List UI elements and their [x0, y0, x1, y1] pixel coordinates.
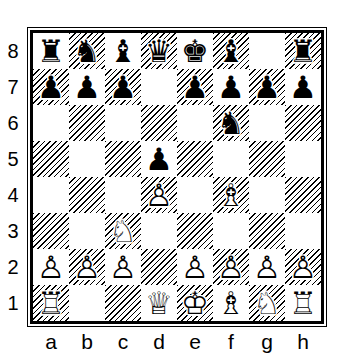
chess-diagram: 87654321 ♜♜♞♞♝♝♛♛♚♚♝♝♜♜♟♟♟♟♟♟♟♟♟♟♟♟♟♟♞♞♟…: [0, 0, 360, 360]
piece-white-king: ♚♔: [177, 285, 213, 321]
piece-outline-layer: ♙: [285, 249, 321, 285]
piece-black-pawn: ♟♟: [33, 69, 69, 105]
rank-label-4: 4: [0, 177, 26, 213]
piece-white-queen: ♛♕: [141, 285, 177, 321]
piece-outline-layer: ♗: [213, 177, 249, 213]
file-label-h: h: [285, 327, 321, 357]
piece-outline-layer: ♘: [249, 285, 285, 321]
square-c7[interactable]: ♟♟: [105, 69, 141, 105]
square-g5[interactable]: [249, 141, 285, 177]
piece-outline-layer: ♟: [105, 69, 141, 105]
piece-black-rook: ♜♜: [33, 33, 69, 69]
square-b2[interactable]: ♟♙: [69, 249, 105, 285]
square-h2[interactable]: ♟♙: [285, 249, 321, 285]
rank-label-5: 5: [0, 141, 26, 177]
square-g2[interactable]: ♟♙: [249, 249, 285, 285]
square-a8[interactable]: ♜♜: [33, 33, 69, 69]
square-g8[interactable]: [249, 33, 285, 69]
square-f1[interactable]: ♝♗: [213, 285, 249, 321]
square-d8[interactable]: ♛♛: [141, 33, 177, 69]
piece-white-rook: ♜♖: [33, 285, 69, 321]
piece-outline-layer: ♜: [285, 33, 321, 69]
piece-black-bishop: ♝♝: [105, 33, 141, 69]
square-a3[interactable]: [33, 213, 69, 249]
square-b7[interactable]: ♟♟: [69, 69, 105, 105]
rank-label-1: 1: [0, 285, 26, 321]
piece-outline-layer: ♟: [249, 69, 285, 105]
piece-outline-layer: ♙: [69, 249, 105, 285]
piece-outline-layer: ♖: [33, 285, 69, 321]
piece-black-bishop: ♝♝: [213, 33, 249, 69]
file-labels: abcdefgh: [33, 327, 321, 357]
square-a1[interactable]: ♜♖: [33, 285, 69, 321]
piece-black-pawn: ♟♟: [177, 69, 213, 105]
piece-outline-layer: ♟: [141, 141, 177, 177]
file-label-g: g: [249, 327, 285, 357]
square-h4[interactable]: [285, 177, 321, 213]
square-f4[interactable]: ♝♗: [213, 177, 249, 213]
square-f7[interactable]: ♟♟: [213, 69, 249, 105]
piece-outline-layer: ♛: [141, 33, 177, 69]
piece-black-knight: ♞♞: [213, 105, 249, 141]
piece-white-pawn: ♟♙: [213, 249, 249, 285]
piece-outline-layer: ♞: [69, 33, 105, 69]
piece-black-queen: ♛♛: [141, 33, 177, 69]
square-c4[interactable]: [105, 177, 141, 213]
square-e8[interactable]: ♚♚: [177, 33, 213, 69]
square-g6[interactable]: [249, 105, 285, 141]
piece-outline-layer: ♟: [69, 69, 105, 105]
rank-label-3: 3: [0, 213, 26, 249]
file-label-e: e: [177, 327, 213, 357]
piece-outline-layer: ♙: [105, 249, 141, 285]
rank-label-7: 7: [0, 69, 26, 105]
piece-outline-layer: ♙: [33, 249, 69, 285]
piece-outline-layer: ♟: [213, 69, 249, 105]
square-a4[interactable]: [33, 177, 69, 213]
file-label-a: a: [33, 327, 69, 357]
square-b6[interactable]: [69, 105, 105, 141]
piece-outline-layer: ♗: [213, 285, 249, 321]
square-f8[interactable]: ♝♝: [213, 33, 249, 69]
piece-white-knight: ♞♘: [249, 285, 285, 321]
square-e5[interactable]: [177, 141, 213, 177]
square-h6[interactable]: [285, 105, 321, 141]
piece-white-pawn: ♟♙: [69, 249, 105, 285]
square-c6[interactable]: [105, 105, 141, 141]
square-h3[interactable]: [285, 213, 321, 249]
square-d5[interactable]: ♟♟: [141, 141, 177, 177]
piece-outline-layer: ♟: [33, 69, 69, 105]
square-f6[interactable]: ♞♞: [213, 105, 249, 141]
square-g3[interactable]: [249, 213, 285, 249]
file-label-f: f: [213, 327, 249, 357]
piece-outline-layer: ♞: [213, 105, 249, 141]
piece-white-rook: ♜♖: [285, 285, 321, 321]
piece-black-pawn: ♟♟: [69, 69, 105, 105]
piece-outline-layer: ♙: [177, 249, 213, 285]
square-d3[interactable]: [141, 213, 177, 249]
piece-black-pawn: ♟♟: [141, 141, 177, 177]
square-d6[interactable]: [141, 105, 177, 141]
file-label-c: c: [105, 327, 141, 357]
rank-label-6: 6: [0, 105, 26, 141]
piece-white-bishop: ♝♗: [213, 285, 249, 321]
square-d1[interactable]: ♛♕: [141, 285, 177, 321]
piece-outline-layer: ♕: [141, 285, 177, 321]
square-h7[interactable]: ♟♟: [285, 69, 321, 105]
square-c8[interactable]: ♝♝: [105, 33, 141, 69]
piece-black-king: ♚♚: [177, 33, 213, 69]
piece-outline-layer: ♙: [141, 177, 177, 213]
square-a5[interactable]: [33, 141, 69, 177]
piece-outline-layer: ♙: [213, 249, 249, 285]
piece-outline-layer: ♔: [177, 285, 213, 321]
square-g4[interactable]: [249, 177, 285, 213]
square-e2[interactable]: ♟♙: [177, 249, 213, 285]
square-b8[interactable]: ♞♞: [69, 33, 105, 69]
piece-outline-layer: ♘: [105, 213, 141, 249]
square-e3[interactable]: [177, 213, 213, 249]
file-label-b: b: [69, 327, 105, 357]
piece-white-knight: ♞♘: [105, 213, 141, 249]
square-a6[interactable]: [33, 105, 69, 141]
piece-outline-layer: ♜: [33, 33, 69, 69]
piece-outline-layer: ♝: [105, 33, 141, 69]
square-d7[interactable]: [141, 69, 177, 105]
square-f2[interactable]: ♟♙: [213, 249, 249, 285]
piece-white-pawn: ♟♙: [105, 249, 141, 285]
piece-outline-layer: ♟: [285, 69, 321, 105]
square-g1[interactable]: ♞♘: [249, 285, 285, 321]
square-a7[interactable]: ♟♟: [33, 69, 69, 105]
piece-outline-layer: ♙: [249, 249, 285, 285]
square-h5[interactable]: [285, 141, 321, 177]
square-f3[interactable]: [213, 213, 249, 249]
square-b3[interactable]: [69, 213, 105, 249]
square-b5[interactable]: [69, 141, 105, 177]
rank-label-2: 2: [0, 249, 26, 285]
piece-white-pawn: ♟♙: [141, 177, 177, 213]
square-f5[interactable]: [213, 141, 249, 177]
square-c3[interactable]: ♞♘: [105, 213, 141, 249]
piece-black-pawn: ♟♟: [285, 69, 321, 105]
square-b4[interactable]: [69, 177, 105, 213]
piece-white-pawn: ♟♙: [33, 249, 69, 285]
square-e4[interactable]: [177, 177, 213, 213]
square-b1[interactable]: [69, 285, 105, 321]
rank-labels: 87654321: [0, 33, 26, 321]
board-frame: ♜♜♞♞♝♝♛♛♚♚♝♝♜♜♟♟♟♟♟♟♟♟♟♟♟♟♟♟♞♞♟♟♟♙♝♗♞♘♟♙…: [27, 27, 327, 327]
piece-black-pawn: ♟♟: [249, 69, 285, 105]
piece-outline-layer: ♚: [177, 33, 213, 69]
square-c1[interactable]: [105, 285, 141, 321]
piece-white-pawn: ♟♙: [285, 249, 321, 285]
board-grid: ♜♜♞♞♝♝♛♛♚♚♝♝♜♜♟♟♟♟♟♟♟♟♟♟♟♟♟♟♞♞♟♟♟♙♝♗♞♘♟♙…: [30, 30, 324, 324]
piece-white-bishop: ♝♗: [213, 177, 249, 213]
square-h1[interactable]: ♜♖: [285, 285, 321, 321]
piece-white-pawn: ♟♙: [249, 249, 285, 285]
square-g7[interactable]: ♟♟: [249, 69, 285, 105]
rank-label-8: 8: [0, 33, 26, 69]
file-label-d: d: [141, 327, 177, 357]
square-a2[interactable]: ♟♙: [33, 249, 69, 285]
square-c2[interactable]: ♟♙: [105, 249, 141, 285]
square-d4[interactable]: ♟♙: [141, 177, 177, 213]
piece-outline-layer: ♖: [285, 285, 321, 321]
square-e6[interactable]: [177, 105, 213, 141]
square-e1[interactable]: ♚♔: [177, 285, 213, 321]
piece-outline-layer: ♟: [177, 69, 213, 105]
piece-black-pawn: ♟♟: [105, 69, 141, 105]
square-h8[interactable]: ♜♜: [285, 33, 321, 69]
piece-black-rook: ♜♜: [285, 33, 321, 69]
square-e7[interactable]: ♟♟: [177, 69, 213, 105]
square-c5[interactable]: [105, 141, 141, 177]
piece-black-knight: ♞♞: [69, 33, 105, 69]
piece-outline-layer: ♝: [213, 33, 249, 69]
square-d2[interactable]: [141, 249, 177, 285]
piece-white-pawn: ♟♙: [177, 249, 213, 285]
piece-black-pawn: ♟♟: [213, 69, 249, 105]
